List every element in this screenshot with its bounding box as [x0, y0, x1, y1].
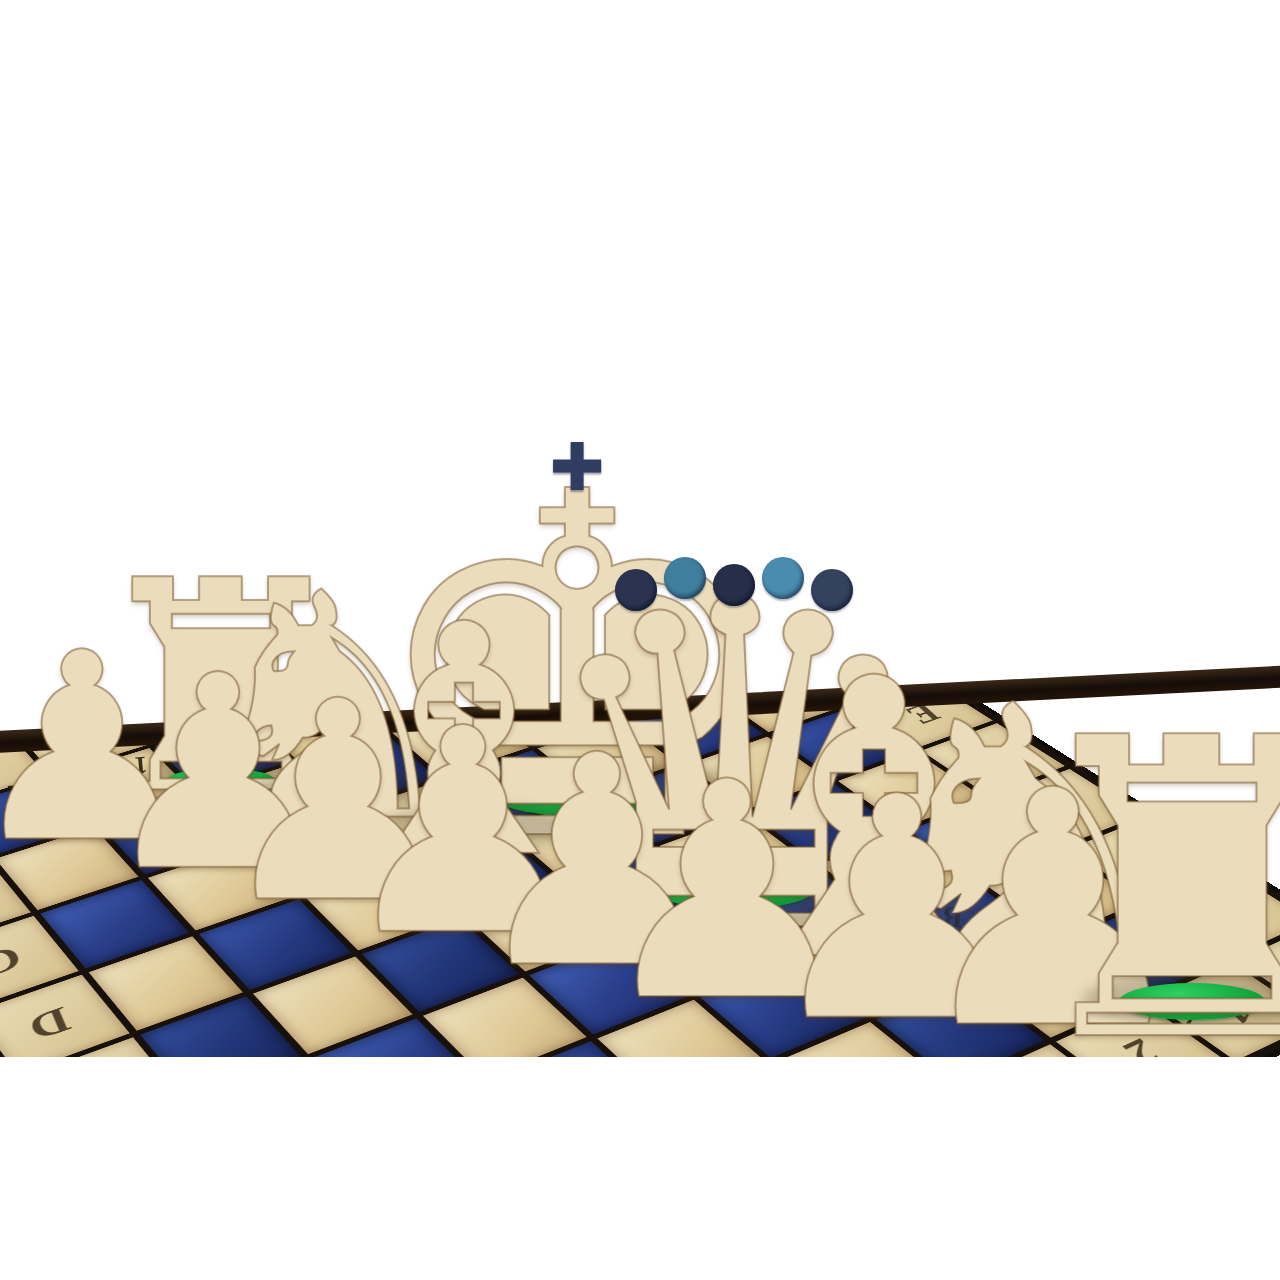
- queen-blue-ball-crown: [615, 559, 853, 601]
- king-blue-cross-finial: ✚: [549, 435, 604, 501]
- queen-crown-ball: [615, 569, 657, 611]
- queen-crown-ball: [664, 557, 706, 599]
- pieces-layer: ♜♞♝♚✚♛♝♞♜♟♟♟♟♟♟♟♟: [0, 0, 1280, 1280]
- chess-set-product-photo: 87654321AHBGCFDEEDFCGBHA87654321 21CBA2 …: [0, 0, 1280, 1280]
- rook-glyph: ♜: [1007, 686, 1280, 1099]
- queen-crown-ball: [762, 557, 804, 599]
